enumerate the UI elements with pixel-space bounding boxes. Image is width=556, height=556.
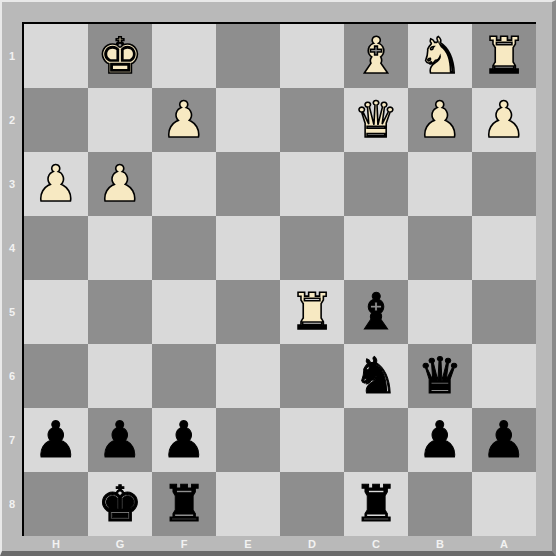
black-knight-c6[interactable]: ♞ (354, 344, 399, 408)
square-e4[interactable] (216, 216, 280, 280)
file-label-c: C (344, 536, 408, 551)
white-rook-a1[interactable]: ♜ (482, 24, 527, 88)
square-a6[interactable] (472, 344, 536, 408)
white-pawn-h3[interactable]: ♟ (34, 152, 79, 216)
file-label-d: D (280, 536, 344, 551)
rank-label-7: 7 (2, 408, 22, 472)
black-pawn-h7[interactable]: ♟ (34, 408, 79, 472)
square-c5[interactable]: ♝ (344, 280, 408, 344)
square-d7[interactable] (280, 408, 344, 472)
square-d1[interactable] (280, 24, 344, 88)
square-b1[interactable]: ♞ (408, 24, 472, 88)
square-b5[interactable] (408, 280, 472, 344)
square-e6[interactable] (216, 344, 280, 408)
white-bishop-c1[interactable]: ♝ (354, 24, 399, 88)
file-labels: HGFEDCBA (22, 536, 536, 551)
square-f7[interactable]: ♟ (152, 408, 216, 472)
square-c4[interactable] (344, 216, 408, 280)
square-f2[interactable]: ♟ (152, 88, 216, 152)
square-a4[interactable] (472, 216, 536, 280)
square-a2[interactable]: ♟ (472, 88, 536, 152)
square-d3[interactable] (280, 152, 344, 216)
black-pawn-a7[interactable]: ♟ (482, 408, 527, 472)
rank-label-3: 3 (2, 152, 22, 216)
chess-diagram-frame: 12345678 ♚♝♞♜♟♛♟♟♟♟♜♝♞♛♟♟♟♟♟♚♜♜ HGFEDCBA (0, 0, 556, 556)
white-knight-b1[interactable]: ♞ (418, 24, 463, 88)
black-rook-f8[interactable]: ♜ (162, 472, 207, 536)
square-g7[interactable]: ♟ (88, 408, 152, 472)
square-e5[interactable] (216, 280, 280, 344)
rank-label-5: 5 (2, 280, 22, 344)
square-a3[interactable] (472, 152, 536, 216)
file-label-e: E (216, 536, 280, 551)
square-c7[interactable] (344, 408, 408, 472)
white-pawn-a2[interactable]: ♟ (482, 88, 527, 152)
square-h7[interactable]: ♟ (24, 408, 88, 472)
rank-label-8: 8 (2, 472, 22, 536)
square-a8[interactable] (472, 472, 536, 536)
black-queen-b6[interactable]: ♛ (418, 344, 463, 408)
rank-label-1: 1 (2, 24, 22, 88)
square-g5[interactable] (88, 280, 152, 344)
rank-label-4: 4 (2, 216, 22, 280)
square-a7[interactable]: ♟ (472, 408, 536, 472)
square-h6[interactable] (24, 344, 88, 408)
white-pawn-f2[interactable]: ♟ (162, 88, 207, 152)
square-e2[interactable] (216, 88, 280, 152)
square-f8[interactable]: ♜ (152, 472, 216, 536)
black-pawn-f7[interactable]: ♟ (162, 408, 207, 472)
black-rook-c8[interactable]: ♜ (354, 472, 399, 536)
square-g4[interactable] (88, 216, 152, 280)
square-d8[interactable] (280, 472, 344, 536)
square-h1[interactable] (24, 24, 88, 88)
square-b7[interactable]: ♟ (408, 408, 472, 472)
square-d2[interactable] (280, 88, 344, 152)
square-d4[interactable] (280, 216, 344, 280)
rank-labels: 12345678 (2, 22, 22, 536)
black-pawn-g7[interactable]: ♟ (98, 408, 143, 472)
square-c3[interactable] (344, 152, 408, 216)
square-c6[interactable]: ♞ (344, 344, 408, 408)
white-pawn-b2[interactable]: ♟ (418, 88, 463, 152)
square-b4[interactable] (408, 216, 472, 280)
square-g3[interactable]: ♟ (88, 152, 152, 216)
square-g1[interactable]: ♚ (88, 24, 152, 88)
square-h3[interactable]: ♟ (24, 152, 88, 216)
white-pawn-g3[interactable]: ♟ (98, 152, 143, 216)
square-g8[interactable]: ♚ (88, 472, 152, 536)
square-g6[interactable] (88, 344, 152, 408)
file-label-f: F (152, 536, 216, 551)
square-a5[interactable] (472, 280, 536, 344)
square-d6[interactable] (280, 344, 344, 408)
square-f4[interactable] (152, 216, 216, 280)
rank-label-2: 2 (2, 88, 22, 152)
square-c8[interactable]: ♜ (344, 472, 408, 536)
square-e3[interactable] (216, 152, 280, 216)
square-e1[interactable] (216, 24, 280, 88)
square-d5[interactable]: ♜ (280, 280, 344, 344)
square-a1[interactable]: ♜ (472, 24, 536, 88)
square-b6[interactable]: ♛ (408, 344, 472, 408)
square-g2[interactable] (88, 88, 152, 152)
square-h4[interactable] (24, 216, 88, 280)
file-label-a: A (472, 536, 536, 551)
square-h8[interactable] (24, 472, 88, 536)
square-b2[interactable]: ♟ (408, 88, 472, 152)
black-pawn-b7[interactable]: ♟ (418, 408, 463, 472)
file-label-h: H (24, 536, 88, 551)
rank-label-6: 6 (2, 344, 22, 408)
square-e7[interactable] (216, 408, 280, 472)
square-h5[interactable] (24, 280, 88, 344)
black-bishop-c5[interactable]: ♝ (354, 280, 399, 344)
square-b8[interactable] (408, 472, 472, 536)
square-h2[interactable] (24, 88, 88, 152)
white-rook-d5[interactable]: ♜ (290, 280, 335, 344)
file-label-g: G (88, 536, 152, 551)
square-f3[interactable] (152, 152, 216, 216)
square-c1[interactable]: ♝ (344, 24, 408, 88)
black-king-g8[interactable]: ♚ (98, 472, 143, 536)
white-king-g1[interactable]: ♚ (98, 24, 143, 88)
chess-board[interactable]: ♚♝♞♜♟♛♟♟♟♟♜♝♞♛♟♟♟♟♟♚♜♜ (22, 22, 536, 536)
file-label-b: B (408, 536, 472, 551)
square-e8[interactable] (216, 472, 280, 536)
square-f6[interactable] (152, 344, 216, 408)
white-queen-c2[interactable]: ♛ (354, 88, 399, 152)
square-f5[interactable] (152, 280, 216, 344)
square-f1[interactable] (152, 24, 216, 88)
square-b3[interactable] (408, 152, 472, 216)
square-c2[interactable]: ♛ (344, 88, 408, 152)
